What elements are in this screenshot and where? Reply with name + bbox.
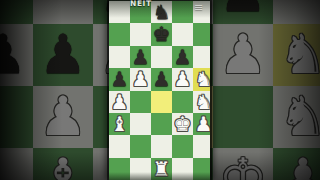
piece-wN[interactable]: ♞ (193, 68, 210, 90)
piece-wP[interactable]: ♟ (109, 91, 130, 113)
square-r4c0: ♟ (0, 24, 33, 86)
square-r5c5[interactable]: ♞ (193, 91, 210, 113)
square-r3c5 (273, 0, 320, 24)
piece-bP[interactable]: ♟ (151, 68, 172, 90)
chess-board: ♞♚♟♟♟♟♟♟♞♟♞♝♚♟♜ (109, 1, 210, 180)
square-r7c3[interactable] (151, 135, 172, 157)
square-r4c4[interactable]: ♟ (172, 68, 193, 90)
square-r3c1 (33, 0, 93, 24)
square-r6c0 (0, 148, 33, 180)
square-r7c1[interactable] (109, 135, 130, 157)
piece-wN: ♞ (273, 86, 320, 148)
video-center-strip: ♞♚♟♟♟♟♟♟♞♟♞♝♚♟♜ NEIT ≡ (109, 0, 210, 180)
square-r8c3[interactable]: ♜ (151, 158, 172, 180)
square-r2c1[interactable] (109, 23, 130, 45)
square-r6c2[interactable] (130, 113, 151, 135)
square-r4c1[interactable]: ♟ (109, 68, 130, 90)
square-r5c3[interactable] (151, 91, 172, 113)
piece-wP: ♟ (213, 24, 273, 86)
square-r3c0 (0, 0, 33, 24)
square-r5c4[interactable] (172, 91, 193, 113)
piece-bP: ♟ (33, 24, 93, 86)
square-r6c5: ♟ (273, 148, 320, 180)
square-r3c5[interactable] (193, 46, 210, 68)
square-r8c4[interactable] (172, 158, 193, 180)
player-name-overlay: NEIT (130, 0, 152, 8)
square-r4c4: ♟ (213, 24, 273, 86)
square-r4c2[interactable]: ♟ (130, 68, 151, 90)
square-r7c5[interactable] (193, 135, 210, 157)
square-r8c2[interactable] (130, 158, 151, 180)
piece-bP: ♟ (0, 24, 33, 86)
video-frame: ♞♚♟♟♟♟♟♟♟♞♟♞♝♚♟♜ ♞♚♟♟♟♟♟♟♞♟♞♝♚♟♜ NEIT ≡ (0, 0, 320, 180)
piece-wP[interactable]: ♟ (193, 113, 210, 135)
square-r1c4[interactable] (172, 1, 193, 23)
square-r8c1[interactable] (109, 158, 130, 180)
piece-wB: ♝ (33, 148, 93, 180)
piece-wP[interactable]: ♟ (130, 68, 151, 90)
piece-wN[interactable]: ♞ (193, 91, 210, 113)
piece-wP: ♟ (33, 86, 93, 148)
square-r4c3[interactable]: ♟ (151, 68, 172, 90)
piece-bP[interactable]: ♟ (109, 68, 130, 90)
menu-icon[interactable]: ≡ (194, 1, 203, 15)
piece-bK[interactable]: ♚ (151, 23, 172, 45)
piece-wB[interactable]: ♝ (109, 113, 130, 135)
piece-wK: ♚ (213, 148, 273, 180)
square-r2c5[interactable] (193, 23, 210, 45)
square-r2c2[interactable] (130, 23, 151, 45)
square-r6c1: ♝ (33, 148, 93, 180)
square-r7c2[interactable] (130, 135, 151, 157)
square-r5c1[interactable]: ♟ (109, 91, 130, 113)
square-r1c3[interactable]: ♞ (151, 1, 172, 23)
piece-bP[interactable]: ♟ (172, 46, 193, 68)
square-r8c5[interactable] (193, 158, 210, 180)
square-r7c4[interactable] (172, 135, 193, 157)
square-r6c3[interactable] (151, 113, 172, 135)
square-r5c5: ♞ (273, 86, 320, 148)
square-r3c4[interactable]: ♟ (172, 46, 193, 68)
square-r3c1[interactable] (109, 46, 130, 68)
piece-wR[interactable]: ♜ (151, 158, 172, 180)
square-r6c1[interactable]: ♝ (109, 113, 130, 135)
square-r5c4 (213, 86, 273, 148)
square-r2c4[interactable] (172, 23, 193, 45)
piece-wK[interactable]: ♚ (172, 113, 193, 135)
piece-bP: ♟ (213, 0, 273, 24)
piece-wP: ♟ (273, 148, 320, 180)
piece-wP[interactable]: ♟ (172, 68, 193, 90)
square-r6c4[interactable]: ♚ (172, 113, 193, 135)
square-r4c5[interactable]: ♞ (193, 68, 210, 90)
square-r5c2[interactable] (130, 91, 151, 113)
square-r3c2[interactable]: ♟ (130, 46, 151, 68)
square-r5c0 (0, 86, 33, 148)
piece-bP[interactable]: ♟ (130, 46, 151, 68)
square-r1c1[interactable] (109, 1, 130, 23)
square-r5c1: ♟ (33, 86, 93, 148)
square-r3c4: ♟ (213, 0, 273, 24)
square-r2c3[interactable]: ♚ (151, 23, 172, 45)
piece-wN: ♞ (273, 24, 320, 86)
square-r6c4: ♚ (213, 148, 273, 180)
piece-bN[interactable]: ♞ (151, 1, 172, 23)
square-r4c5: ♞ (273, 24, 320, 86)
square-r4c1: ♟ (33, 24, 93, 86)
square-r6c5[interactable]: ♟ (193, 113, 210, 135)
square-r3c3[interactable] (151, 46, 172, 68)
